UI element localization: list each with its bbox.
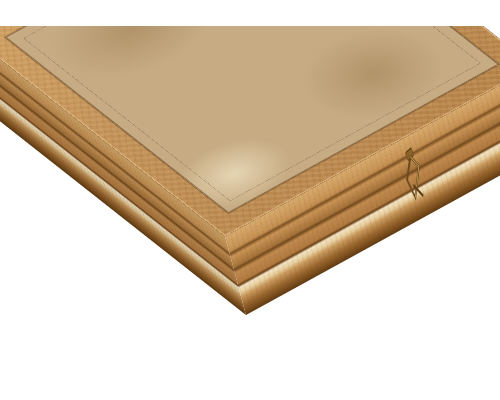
product-photo <box>0 0 500 400</box>
photo-crop <box>0 26 500 400</box>
chess-box-scene <box>0 26 500 400</box>
brass-latch-icon <box>396 140 434 216</box>
